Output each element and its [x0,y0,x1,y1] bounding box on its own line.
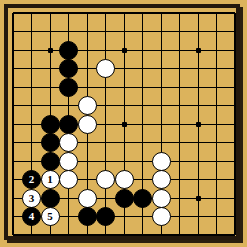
stone-black [41,152,60,171]
grid-line-horizontal [13,234,235,236]
stone-white [152,207,171,226]
grid-line-vertical [179,13,180,235]
stone-white [59,170,78,189]
star-point [196,196,201,201]
stone-white [152,152,171,171]
stone-white [78,189,97,208]
stone-black-move-4: 4 [22,207,41,226]
stone-black [59,78,78,97]
star-point [196,48,201,53]
stone-black [59,41,78,60]
stone-white [59,152,78,171]
grid-line-vertical [234,13,236,235]
stone-white-move-5: 5 [41,207,60,226]
stone-white [59,133,78,152]
move-number-label: 5 [47,211,53,222]
stone-black [96,207,115,226]
move-number-label: 4 [29,211,35,222]
stone-black [41,133,60,152]
stone-black [78,207,97,226]
stone-white-move-1: 1 [41,170,60,189]
go-diagram: 21345 [0,0,247,247]
grid-line-vertical [216,13,217,235]
stone-black [59,59,78,78]
move-number-label: 3 [29,193,35,204]
move-number-label: 2 [29,174,35,185]
stone-white [115,170,134,189]
stone-black [59,115,78,134]
stone-black [41,115,60,134]
board-frame: 21345 [4,4,240,240]
stone-black-move-2: 2 [22,170,41,189]
stone-white-move-3: 3 [22,189,41,208]
stone-white [152,189,171,208]
go-board: 21345 [13,13,235,235]
stone-white [96,170,115,189]
move-number-label: 1 [47,174,53,185]
star-point [122,122,127,127]
star-point [196,122,201,127]
stone-white [152,170,171,189]
star-point [48,48,53,53]
stone-white [96,59,115,78]
stone-white [78,96,97,115]
star-point [122,48,127,53]
stone-black [41,189,60,208]
stone-white [78,115,97,134]
stone-black [115,189,134,208]
stone-black [133,189,152,208]
